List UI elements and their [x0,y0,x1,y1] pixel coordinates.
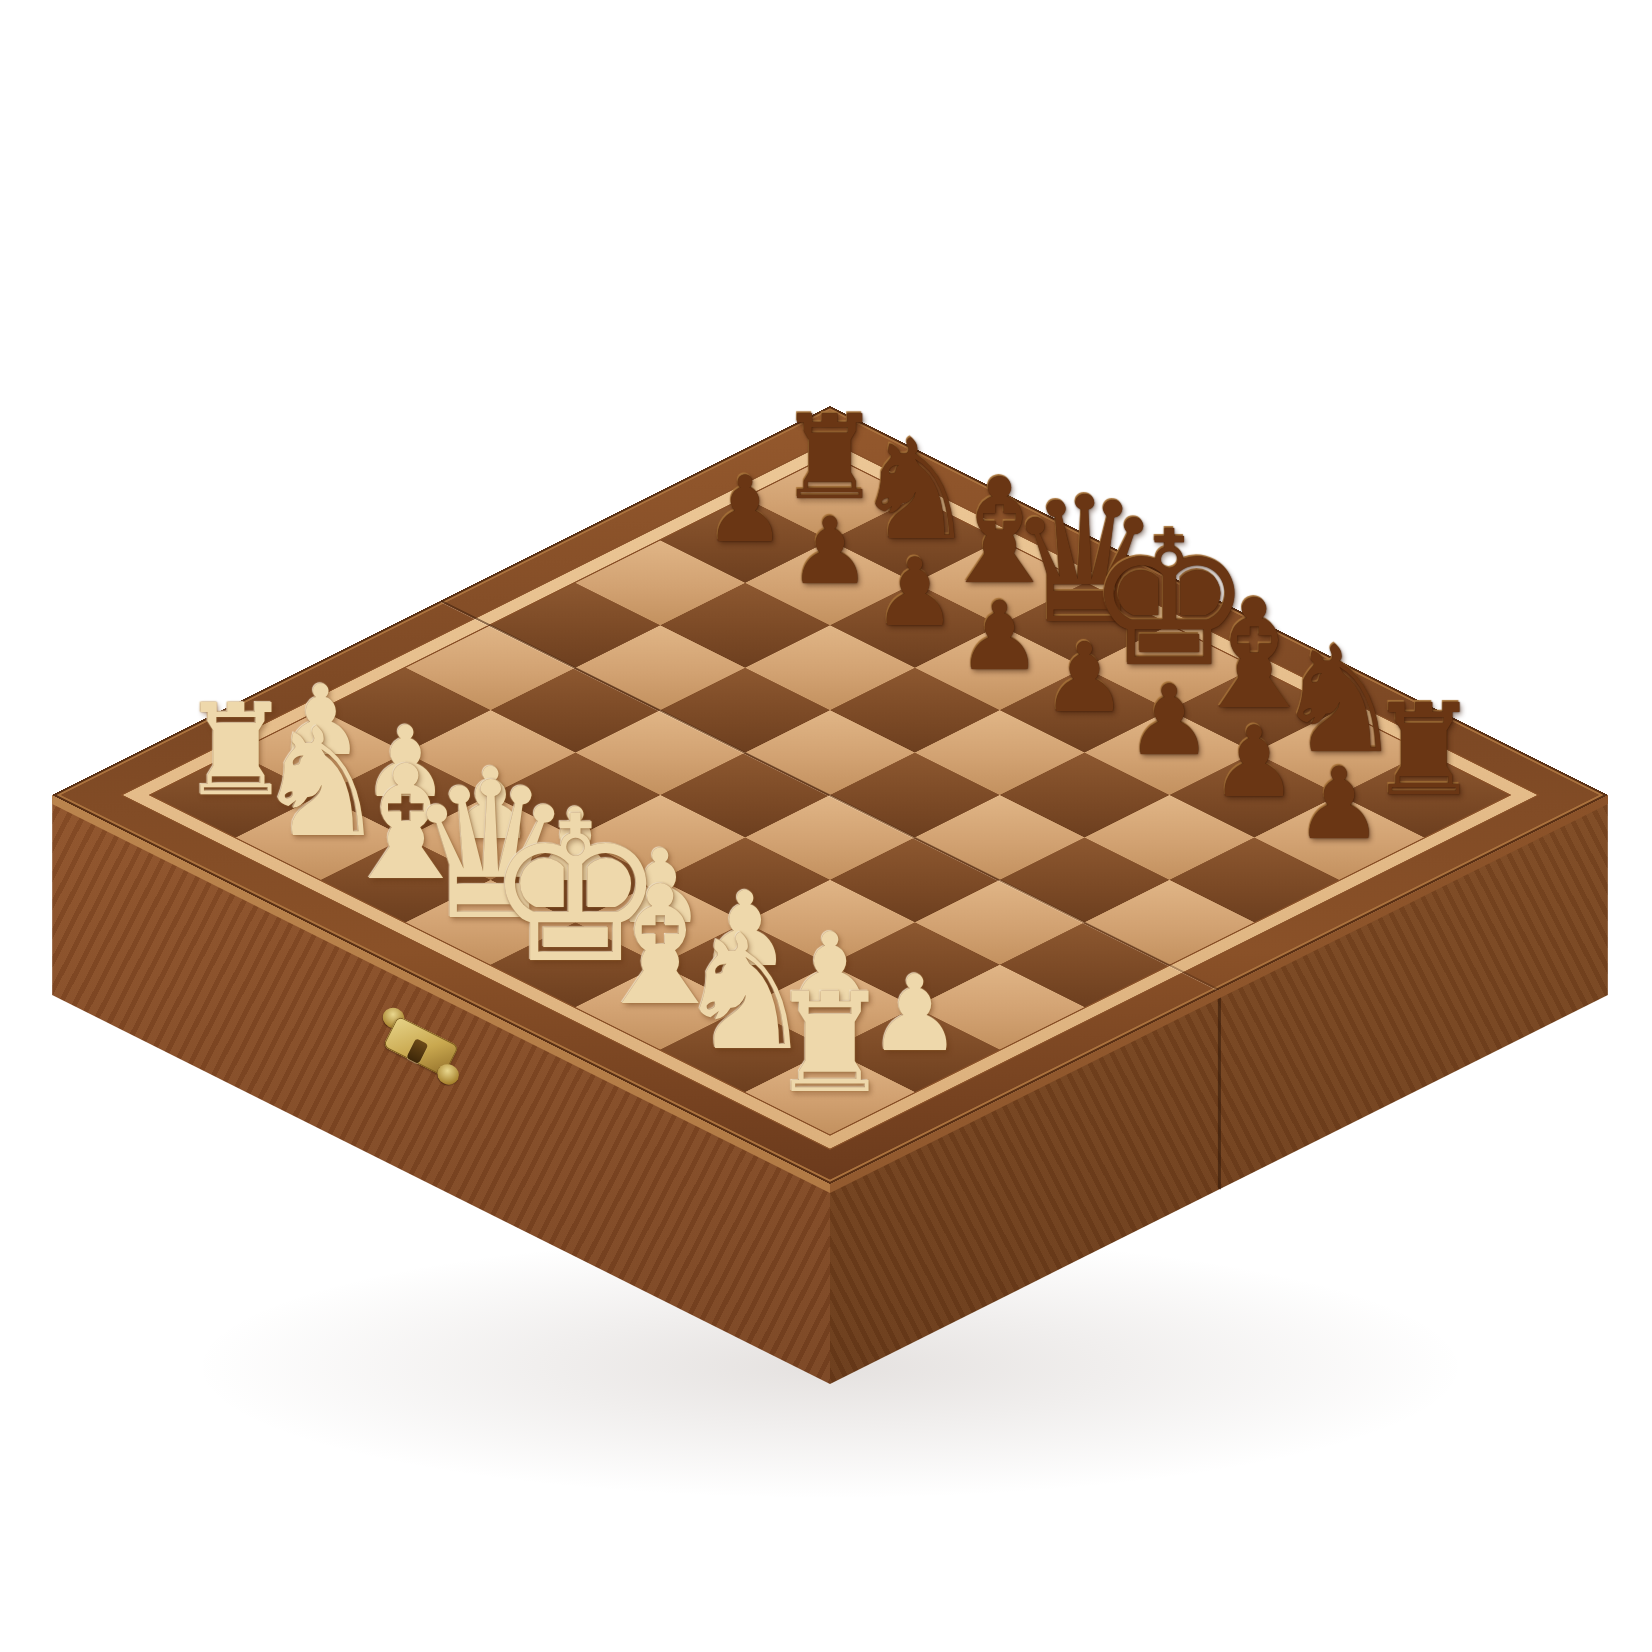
piece-black-pawn[interactable]: ♟ [1295,754,1384,853]
piece-black-rook[interactable]: ♜ [1367,688,1480,814]
product-photo-scene: ♜♞♝♛♚♝♞♜♟♟♟♟♟♟♟♟♟♟♟♟♟♟♟♟♜♞♝♛♚♝♞♜ [0,0,1652,1652]
piece-black-pawn[interactable]: ♟ [1210,713,1298,811]
piece-black-pawn[interactable]: ♟ [873,547,957,641]
piece-black-pawn[interactable]: ♟ [789,506,871,598]
pieces-layer: ♜♞♝♛♚♝♞♜♟♟♟♟♟♟♟♟♟♟♟♟♟♟♟♟♜♞♝♛♚♝♞♜ [0,0,1652,1652]
piece-black-pawn[interactable]: ♟ [1126,671,1213,768]
piece-white-rook[interactable]: ♜ [769,975,892,1112]
piece-black-pawn[interactable]: ♟ [1042,630,1128,726]
piece-black-pawn[interactable]: ♟ [957,588,1042,683]
piece-black-pawn[interactable]: ♟ [704,465,786,556]
